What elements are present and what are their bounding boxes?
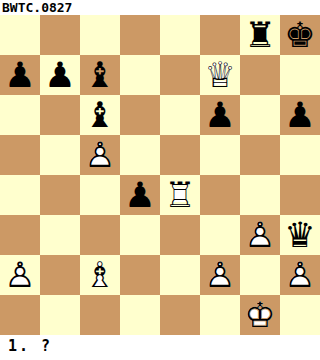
square-h5[interactable] (280, 135, 320, 175)
square-c6[interactable]: ♝ (80, 95, 120, 135)
square-g6[interactable] (240, 95, 280, 135)
square-a2[interactable]: ♟♙ (0, 255, 40, 295)
square-a5[interactable] (0, 135, 40, 175)
square-f5[interactable] (200, 135, 240, 175)
square-g4[interactable] (240, 175, 280, 215)
square-a4[interactable] (0, 175, 40, 215)
move-prompt: 1. ? (0, 335, 320, 360)
white-pawn[interactable]: ♟♙ (240, 215, 280, 255)
square-d2[interactable] (120, 255, 160, 295)
square-b3[interactable] (40, 215, 80, 255)
square-g8[interactable]: ♜ (240, 15, 280, 55)
white-pawn[interactable]: ♟♙ (0, 255, 40, 295)
black-king[interactable]: ♚ (280, 15, 320, 55)
square-h8[interactable]: ♚ (280, 15, 320, 55)
square-e5[interactable] (160, 135, 200, 175)
square-f6[interactable]: ♟ (200, 95, 240, 135)
square-a3[interactable] (0, 215, 40, 255)
white-bishop[interactable]: ♝♗ (80, 255, 120, 295)
black-bishop[interactable]: ♝ (80, 55, 120, 95)
white-queen[interactable]: ♛♕ (200, 55, 240, 95)
black-pawn[interactable]: ♟ (200, 95, 240, 135)
square-e4[interactable]: ♜♖ (160, 175, 200, 215)
white-pawn[interactable]: ♟♙ (80, 135, 120, 175)
white-rook[interactable]: ♜♖ (160, 175, 200, 215)
square-d3[interactable] (120, 215, 160, 255)
square-f1[interactable] (200, 295, 240, 335)
white-king[interactable]: ♚♔ (240, 295, 280, 335)
white-pawn[interactable]: ♟♙ (200, 255, 240, 295)
square-a6[interactable] (0, 95, 40, 135)
square-b2[interactable] (40, 255, 80, 295)
square-d6[interactable] (120, 95, 160, 135)
square-h3[interactable]: ♛ (280, 215, 320, 255)
square-f4[interactable] (200, 175, 240, 215)
puzzle-title: BWTC.0827 (0, 0, 320, 15)
square-a1[interactable] (0, 295, 40, 335)
square-g1[interactable]: ♚♔ (240, 295, 280, 335)
black-pawn[interactable]: ♟ (280, 95, 320, 135)
square-h2[interactable]: ♟♙ (280, 255, 320, 295)
chess-board: ♜♚♟♟♝♛♕♝♟♟♟♙♟♜♖♟♙♛♟♙♝♗♟♙♟♙♚♔ (0, 15, 320, 335)
black-queen[interactable]: ♛ (280, 215, 320, 255)
square-c5[interactable]: ♟♙ (80, 135, 120, 175)
square-e7[interactable] (160, 55, 200, 95)
black-pawn[interactable]: ♟ (120, 175, 160, 215)
black-rook[interactable]: ♜ (240, 15, 280, 55)
square-g2[interactable] (240, 255, 280, 295)
square-b6[interactable] (40, 95, 80, 135)
square-d1[interactable] (120, 295, 160, 335)
square-h6[interactable]: ♟ (280, 95, 320, 135)
square-g3[interactable]: ♟♙ (240, 215, 280, 255)
square-d8[interactable] (120, 15, 160, 55)
square-e8[interactable] (160, 15, 200, 55)
square-b1[interactable] (40, 295, 80, 335)
square-c4[interactable] (80, 175, 120, 215)
square-c7[interactable]: ♝ (80, 55, 120, 95)
square-a7[interactable]: ♟ (0, 55, 40, 95)
square-c1[interactable] (80, 295, 120, 335)
square-b4[interactable] (40, 175, 80, 215)
square-h7[interactable] (280, 55, 320, 95)
square-e1[interactable] (160, 295, 200, 335)
square-d5[interactable] (120, 135, 160, 175)
square-b5[interactable] (40, 135, 80, 175)
square-g5[interactable] (240, 135, 280, 175)
square-e6[interactable] (160, 95, 200, 135)
square-f2[interactable]: ♟♙ (200, 255, 240, 295)
square-d7[interactable] (120, 55, 160, 95)
square-e2[interactable] (160, 255, 200, 295)
square-e3[interactable] (160, 215, 200, 255)
square-c8[interactable] (80, 15, 120, 55)
square-h4[interactable] (280, 175, 320, 215)
square-f3[interactable] (200, 215, 240, 255)
square-f7[interactable]: ♛♕ (200, 55, 240, 95)
black-pawn[interactable]: ♟ (0, 55, 40, 95)
square-h1[interactable] (280, 295, 320, 335)
square-f8[interactable] (200, 15, 240, 55)
black-pawn[interactable]: ♟ (40, 55, 80, 95)
black-bishop[interactable]: ♝ (80, 95, 120, 135)
square-b7[interactable]: ♟ (40, 55, 80, 95)
white-pawn[interactable]: ♟♙ (280, 255, 320, 295)
square-d4[interactable]: ♟ (120, 175, 160, 215)
square-a8[interactable] (0, 15, 40, 55)
square-b8[interactable] (40, 15, 80, 55)
square-c2[interactable]: ♝♗ (80, 255, 120, 295)
square-c3[interactable] (80, 215, 120, 255)
square-g7[interactable] (240, 55, 280, 95)
